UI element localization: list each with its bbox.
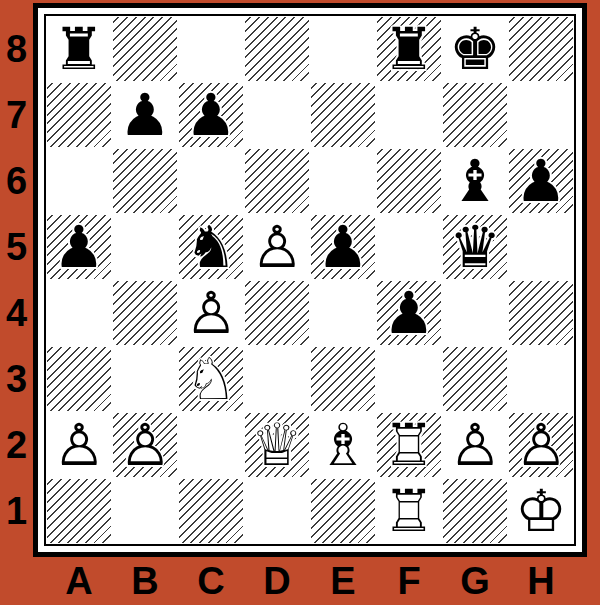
square-e2[interactable]: ♝♗ (310, 412, 376, 478)
black-knight-glyph: ♞ (185, 218, 237, 276)
square-g1[interactable] (442, 478, 508, 544)
square-f2[interactable]: ♜♖ (376, 412, 442, 478)
square-g6[interactable]: ♝♝ (442, 148, 508, 214)
white-queen-d2[interactable]: ♛♕ (244, 412, 310, 478)
black-pawn-e5[interactable]: ♟♟ (310, 214, 376, 280)
black-rook-f8[interactable]: ♜♜ (376, 16, 442, 82)
black-queen-glyph: ♛ (449, 218, 501, 276)
black-pawn-glyph: ♟ (383, 284, 435, 342)
black-queen-g5[interactable]: ♛♛ (442, 214, 508, 280)
white-queen-glyph: ♕ (251, 416, 303, 474)
square-a2[interactable]: ♟♙ (46, 412, 112, 478)
file-label-c: C (178, 557, 244, 605)
square-e7[interactable] (310, 82, 376, 148)
square-b8[interactable] (112, 16, 178, 82)
square-a6[interactable] (46, 148, 112, 214)
black-pawn-c7[interactable]: ♟♟ (178, 82, 244, 148)
file-label-e: E (310, 557, 376, 605)
white-pawn-b2[interactable]: ♟♙ (112, 412, 178, 478)
file-label-h: H (508, 557, 574, 605)
square-e8[interactable] (310, 16, 376, 82)
board-frame: ♜♜♜♜♚♚♟♟♟♟♝♝♟♟♟♟♞♞♟♙♟♟♛♛♟♙♟♟♞♘♟♙♟♙♛♕♝♗♜♖… (33, 3, 587, 557)
white-pawn-glyph: ♙ (53, 416, 105, 474)
square-a3[interactable] (46, 346, 112, 412)
square-c4[interactable]: ♟♙ (178, 280, 244, 346)
square-g3[interactable] (442, 346, 508, 412)
square-c8[interactable] (178, 16, 244, 82)
file-label-b: B (112, 557, 178, 605)
square-g5[interactable]: ♛♛ (442, 214, 508, 280)
square-b7[interactable]: ♟♟ (112, 82, 178, 148)
square-e6[interactable] (310, 148, 376, 214)
rank-label-7: 7 (0, 82, 33, 148)
square-d8[interactable] (244, 16, 310, 82)
chess-board: ♜♜♜♜♚♚♟♟♟♟♝♝♟♟♟♟♞♞♟♙♟♟♛♛♟♙♟♟♞♘♟♙♟♙♛♕♝♗♜♖… (46, 16, 574, 544)
square-a5[interactable]: ♟♟ (46, 214, 112, 280)
square-b4[interactable] (112, 280, 178, 346)
square-d7[interactable] (244, 82, 310, 148)
file-label-f: F (376, 557, 442, 605)
white-rook-f1[interactable]: ♜♖ (376, 478, 442, 544)
white-rook-f2[interactable]: ♜♖ (376, 412, 442, 478)
file-label-a: A (46, 557, 112, 605)
rank-label-5: 5 (0, 214, 33, 280)
rank-label-2: 2 (0, 412, 33, 478)
black-rook-a8[interactable]: ♜♜ (46, 16, 112, 82)
file-label-g: G (442, 557, 508, 605)
square-h2[interactable]: ♟♙ (508, 412, 574, 478)
square-d2[interactable]: ♛♕ (244, 412, 310, 478)
square-a8[interactable]: ♜♜ (46, 16, 112, 82)
white-pawn-g2[interactable]: ♟♙ (442, 412, 508, 478)
square-g7[interactable] (442, 82, 508, 148)
white-bishop-glyph: ♗ (317, 416, 369, 474)
rank-label-4: 4 (0, 280, 33, 346)
black-pawn-a5[interactable]: ♟♟ (46, 214, 112, 280)
square-a4[interactable] (46, 280, 112, 346)
white-pawn-glyph: ♙ (185, 284, 237, 342)
black-pawn-glyph: ♟ (515, 152, 567, 210)
square-b5[interactable] (112, 214, 178, 280)
black-pawn-h6[interactable]: ♟♟ (508, 148, 574, 214)
white-king-h1[interactable]: ♚♔ (508, 478, 574, 544)
square-c5[interactable]: ♞♞ (178, 214, 244, 280)
square-c3[interactable]: ♞♘ (178, 346, 244, 412)
square-b1[interactable] (112, 478, 178, 544)
white-knight-c3[interactable]: ♞♘ (178, 346, 244, 412)
square-g8[interactable]: ♚♚ (442, 16, 508, 82)
white-pawn-c4[interactable]: ♟♙ (178, 280, 244, 346)
black-bishop-glyph: ♝ (449, 152, 501, 210)
white-pawn-h2[interactable]: ♟♙ (508, 412, 574, 478)
rank-label-6: 6 (0, 148, 33, 214)
black-rook-glyph: ♜ (53, 20, 105, 78)
square-c2[interactable] (178, 412, 244, 478)
black-pawn-b7[interactable]: ♟♟ (112, 82, 178, 148)
square-e4[interactable] (310, 280, 376, 346)
square-a1[interactable] (46, 478, 112, 544)
board-inner: ♜♜♜♜♚♚♟♟♟♟♝♝♟♟♟♟♞♞♟♙♟♟♛♛♟♙♟♟♞♘♟♙♟♙♛♕♝♗♜♖… (44, 14, 576, 546)
square-h7[interactable] (508, 82, 574, 148)
black-knight-c5[interactable]: ♞♞ (178, 214, 244, 280)
rank-labels: 87654321 (0, 16, 33, 544)
square-b6[interactable] (112, 148, 178, 214)
square-h6[interactable]: ♟♟ (508, 148, 574, 214)
white-rook-glyph: ♖ (383, 416, 435, 474)
white-pawn-a2[interactable]: ♟♙ (46, 412, 112, 478)
square-e3[interactable] (310, 346, 376, 412)
black-king-g8[interactable]: ♚♚ (442, 16, 508, 82)
square-g4[interactable] (442, 280, 508, 346)
square-d5[interactable]: ♟♙ (244, 214, 310, 280)
square-d1[interactable] (244, 478, 310, 544)
rank-label-3: 3 (0, 346, 33, 412)
white-pawn-glyph: ♙ (251, 218, 303, 276)
white-pawn-glyph: ♙ (515, 416, 567, 474)
square-g2[interactable]: ♟♙ (442, 412, 508, 478)
black-pawn-glyph: ♟ (53, 218, 105, 276)
square-f3[interactable] (376, 346, 442, 412)
square-c1[interactable] (178, 478, 244, 544)
square-b2[interactable]: ♟♙ (112, 412, 178, 478)
square-d3[interactable] (244, 346, 310, 412)
square-h4[interactable] (508, 280, 574, 346)
square-a7[interactable] (46, 82, 112, 148)
square-h1[interactable]: ♚♔ (508, 478, 574, 544)
black-king-glyph: ♚ (449, 20, 501, 78)
square-e1[interactable] (310, 478, 376, 544)
black-rook-glyph: ♜ (383, 20, 435, 78)
square-f6[interactable] (376, 148, 442, 214)
black-pawn-glyph: ♟ (119, 86, 171, 144)
white-rook-glyph: ♖ (383, 482, 435, 540)
square-h5[interactable] (508, 214, 574, 280)
white-bishop-e2[interactable]: ♝♗ (310, 412, 376, 478)
square-d4[interactable] (244, 280, 310, 346)
square-f7[interactable] (376, 82, 442, 148)
white-pawn-d5[interactable]: ♟♙ (244, 214, 310, 280)
file-label-d: D (244, 557, 310, 605)
square-c7[interactable]: ♟♟ (178, 82, 244, 148)
square-f8[interactable]: ♜♜ (376, 16, 442, 82)
square-b3[interactable] (112, 346, 178, 412)
black-pawn-f4[interactable]: ♟♟ (376, 280, 442, 346)
chess-diagram: 87654321 ABCDEFGH ♜♜♜♜♚♚♟♟♟♟♝♝♟♟♟♟♞♞♟♙♟♟… (0, 0, 600, 605)
square-c6[interactable] (178, 148, 244, 214)
file-labels: ABCDEFGH (46, 557, 574, 605)
square-e5[interactable]: ♟♟ (310, 214, 376, 280)
white-pawn-glyph: ♙ (449, 416, 501, 474)
square-h8[interactable] (508, 16, 574, 82)
white-pawn-glyph: ♙ (119, 416, 171, 474)
square-f4[interactable]: ♟♟ (376, 280, 442, 346)
square-f5[interactable] (376, 214, 442, 280)
black-pawn-glyph: ♟ (185, 86, 237, 144)
square-d6[interactable] (244, 148, 310, 214)
white-king-glyph: ♔ (515, 482, 567, 540)
black-pawn-glyph: ♟ (317, 218, 369, 276)
square-f1[interactable]: ♜♖ (376, 478, 442, 544)
white-knight-glyph: ♘ (185, 350, 237, 408)
square-h3[interactable] (508, 346, 574, 412)
black-bishop-g6[interactable]: ♝♝ (442, 148, 508, 214)
rank-label-8: 8 (0, 16, 33, 82)
rank-label-1: 1 (0, 478, 33, 544)
